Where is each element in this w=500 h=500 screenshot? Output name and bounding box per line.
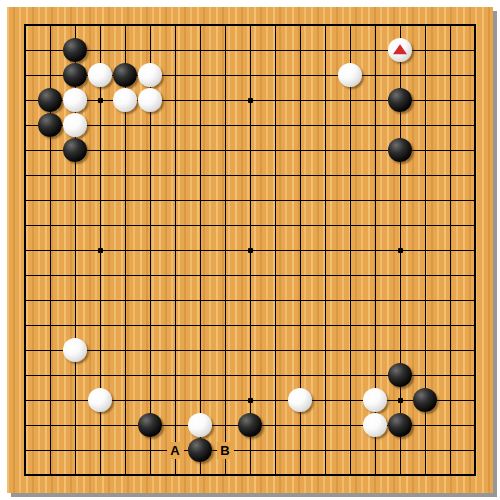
intersection[interactable]	[113, 313, 138, 338]
intersection[interactable]	[13, 263, 38, 288]
intersection[interactable]	[113, 463, 138, 488]
intersection[interactable]	[438, 13, 463, 38]
intersection[interactable]	[413, 313, 438, 338]
intersection[interactable]	[113, 88, 138, 113]
intersection[interactable]	[313, 13, 338, 38]
white-stone[interactable]	[288, 388, 312, 412]
intersection[interactable]	[88, 438, 113, 463]
intersection[interactable]	[338, 238, 363, 263]
intersection[interactable]	[438, 388, 463, 413]
intersection[interactable]	[213, 338, 238, 363]
intersection[interactable]	[38, 38, 63, 63]
intersection[interactable]	[438, 413, 463, 438]
intersection[interactable]	[63, 63, 88, 88]
black-stone[interactable]	[388, 363, 412, 387]
intersection[interactable]	[88, 263, 113, 288]
intersection[interactable]	[313, 438, 338, 463]
intersection[interactable]	[263, 188, 288, 213]
intersection[interactable]	[463, 263, 488, 288]
intersection[interactable]	[38, 238, 63, 263]
intersection[interactable]	[238, 263, 263, 288]
intersection[interactable]	[188, 213, 213, 238]
intersection[interactable]	[438, 213, 463, 238]
intersection[interactable]	[463, 88, 488, 113]
intersection[interactable]	[313, 463, 338, 488]
intersection[interactable]	[213, 13, 238, 38]
intersection[interactable]	[213, 238, 238, 263]
intersection[interactable]	[413, 213, 438, 238]
intersection[interactable]	[238, 163, 263, 188]
intersection[interactable]	[238, 63, 263, 88]
intersection[interactable]	[463, 238, 488, 263]
intersection[interactable]	[138, 13, 163, 38]
black-stone[interactable]	[63, 38, 87, 62]
intersection[interactable]	[438, 63, 463, 88]
intersection[interactable]	[288, 438, 313, 463]
intersection[interactable]	[13, 338, 38, 363]
intersection[interactable]	[113, 263, 138, 288]
intersection[interactable]	[138, 113, 163, 138]
intersection[interactable]	[238, 438, 263, 463]
intersection[interactable]	[188, 263, 213, 288]
intersection[interactable]	[113, 213, 138, 238]
intersection[interactable]	[63, 13, 88, 38]
intersection[interactable]	[388, 438, 413, 463]
intersection[interactable]	[263, 388, 288, 413]
intersection[interactable]	[238, 13, 263, 38]
black-stone[interactable]	[188, 438, 212, 462]
white-stone[interactable]	[138, 63, 162, 87]
intersection[interactable]	[313, 88, 338, 113]
intersection[interactable]	[138, 388, 163, 413]
intersection[interactable]	[138, 363, 163, 388]
intersection[interactable]	[88, 13, 113, 38]
intersection[interactable]	[263, 313, 288, 338]
intersection[interactable]	[238, 38, 263, 63]
intersection[interactable]	[463, 13, 488, 38]
intersection[interactable]	[13, 13, 38, 38]
intersection[interactable]	[413, 63, 438, 88]
white-stone[interactable]	[363, 388, 387, 412]
intersection[interactable]	[313, 188, 338, 213]
intersection[interactable]	[88, 313, 113, 338]
intersection[interactable]	[113, 388, 138, 413]
intersection[interactable]	[438, 313, 463, 338]
intersection[interactable]	[338, 213, 363, 238]
intersection[interactable]	[163, 38, 188, 63]
intersection[interactable]	[463, 163, 488, 188]
intersection[interactable]	[338, 363, 363, 388]
intersection[interactable]	[13, 463, 38, 488]
intersection[interactable]	[338, 88, 363, 113]
intersection[interactable]	[463, 138, 488, 163]
intersection[interactable]: B	[213, 438, 238, 463]
intersection[interactable]	[313, 388, 338, 413]
intersection[interactable]	[463, 313, 488, 338]
intersection[interactable]	[263, 238, 288, 263]
intersection[interactable]	[163, 88, 188, 113]
intersection[interactable]	[363, 138, 388, 163]
intersection[interactable]	[338, 438, 363, 463]
intersection[interactable]	[138, 413, 163, 438]
intersection[interactable]	[413, 113, 438, 138]
intersection[interactable]	[163, 13, 188, 38]
intersection[interactable]	[13, 288, 38, 313]
intersection[interactable]	[63, 413, 88, 438]
intersection[interactable]	[263, 38, 288, 63]
white-stone[interactable]	[363, 413, 387, 437]
intersection[interactable]	[363, 288, 388, 313]
intersection[interactable]	[438, 463, 463, 488]
intersection[interactable]	[288, 463, 313, 488]
intersection[interactable]	[163, 288, 188, 313]
black-stone[interactable]	[63, 138, 87, 162]
intersection[interactable]	[63, 188, 88, 213]
intersection[interactable]	[288, 413, 313, 438]
intersection[interactable]	[463, 113, 488, 138]
intersection[interactable]	[463, 388, 488, 413]
black-stone[interactable]	[63, 63, 87, 87]
intersection[interactable]	[363, 413, 388, 438]
intersection[interactable]	[288, 388, 313, 413]
intersection[interactable]	[88, 338, 113, 363]
intersection[interactable]	[313, 313, 338, 338]
intersection[interactable]	[413, 463, 438, 488]
intersection[interactable]	[63, 388, 88, 413]
intersection[interactable]	[113, 288, 138, 313]
intersection[interactable]	[288, 263, 313, 288]
intersection[interactable]	[163, 138, 188, 163]
intersection[interactable]	[188, 363, 213, 388]
intersection[interactable]	[138, 213, 163, 238]
intersection[interactable]	[363, 438, 388, 463]
intersection[interactable]	[338, 463, 363, 488]
intersection[interactable]	[163, 238, 188, 263]
intersection[interactable]	[138, 63, 163, 88]
intersection[interactable]	[363, 88, 388, 113]
intersection[interactable]	[63, 438, 88, 463]
intersection[interactable]	[263, 88, 288, 113]
intersection[interactable]	[313, 213, 338, 238]
intersection[interactable]	[163, 313, 188, 338]
intersection[interactable]	[363, 38, 388, 63]
intersection[interactable]	[138, 38, 163, 63]
intersection[interactable]	[13, 238, 38, 263]
black-stone[interactable]	[388, 88, 412, 112]
intersection[interactable]	[338, 13, 363, 38]
intersection[interactable]	[313, 113, 338, 138]
intersection[interactable]	[438, 88, 463, 113]
intersection[interactable]	[388, 263, 413, 288]
intersection[interactable]	[363, 238, 388, 263]
intersection[interactable]	[388, 313, 413, 338]
intersection[interactable]	[213, 88, 238, 113]
intersection[interactable]	[238, 338, 263, 363]
intersection[interactable]	[113, 63, 138, 88]
intersection[interactable]	[338, 338, 363, 363]
white-stone[interactable]	[188, 413, 212, 437]
white-stone[interactable]	[388, 38, 412, 62]
intersection[interactable]	[138, 238, 163, 263]
intersection[interactable]	[363, 363, 388, 388]
intersection[interactable]: A	[163, 438, 188, 463]
intersection[interactable]	[213, 38, 238, 63]
intersection[interactable]	[413, 88, 438, 113]
black-stone[interactable]	[413, 388, 437, 412]
black-stone[interactable]	[238, 413, 262, 437]
intersection[interactable]	[213, 288, 238, 313]
intersection[interactable]	[413, 138, 438, 163]
intersection[interactable]	[288, 313, 313, 338]
intersection[interactable]	[288, 288, 313, 313]
intersection[interactable]	[413, 263, 438, 288]
intersection[interactable]	[163, 463, 188, 488]
intersection[interactable]	[238, 188, 263, 213]
intersection[interactable]	[288, 213, 313, 238]
intersection[interactable]	[88, 213, 113, 238]
intersection[interactable]	[113, 413, 138, 438]
intersection[interactable]	[88, 288, 113, 313]
intersection[interactable]	[438, 238, 463, 263]
intersection[interactable]	[238, 413, 263, 438]
intersection[interactable]	[288, 188, 313, 213]
intersection[interactable]	[213, 138, 238, 163]
intersection[interactable]	[438, 363, 463, 388]
intersection[interactable]	[288, 13, 313, 38]
intersection[interactable]	[163, 338, 188, 363]
white-stone[interactable]	[338, 63, 362, 87]
intersection[interactable]	[88, 238, 113, 263]
intersection[interactable]	[313, 413, 338, 438]
intersection[interactable]	[163, 113, 188, 138]
intersection[interactable]	[63, 163, 88, 188]
intersection[interactable]	[88, 413, 113, 438]
intersection[interactable]	[88, 138, 113, 163]
intersection[interactable]	[463, 63, 488, 88]
intersection[interactable]	[363, 263, 388, 288]
intersection[interactable]	[63, 338, 88, 363]
intersection[interactable]	[188, 313, 213, 338]
intersection[interactable]	[188, 338, 213, 363]
intersection[interactable]	[288, 338, 313, 363]
intersection[interactable]	[188, 438, 213, 463]
intersection[interactable]	[38, 363, 63, 388]
intersection[interactable]	[413, 188, 438, 213]
intersection[interactable]	[63, 238, 88, 263]
intersection[interactable]	[413, 288, 438, 313]
intersection[interactable]	[163, 413, 188, 438]
intersection[interactable]	[463, 288, 488, 313]
intersection[interactable]	[463, 338, 488, 363]
intersection[interactable]	[13, 413, 38, 438]
intersection[interactable]	[463, 213, 488, 238]
intersection[interactable]	[88, 363, 113, 388]
intersection[interactable]	[438, 438, 463, 463]
intersection[interactable]	[188, 163, 213, 188]
intersection[interactable]	[263, 363, 288, 388]
intersection[interactable]	[413, 363, 438, 388]
intersection[interactable]	[188, 288, 213, 313]
white-stone[interactable]	[63, 113, 87, 137]
intersection[interactable]	[338, 113, 363, 138]
intersection[interactable]	[438, 163, 463, 188]
intersection[interactable]	[288, 238, 313, 263]
intersection[interactable]	[438, 263, 463, 288]
intersection[interactable]	[38, 63, 63, 88]
intersection[interactable]	[38, 313, 63, 338]
intersection[interactable]	[138, 338, 163, 363]
intersection[interactable]	[188, 413, 213, 438]
intersection[interactable]	[113, 188, 138, 213]
intersection[interactable]	[163, 363, 188, 388]
intersection[interactable]	[263, 263, 288, 288]
intersection[interactable]	[463, 363, 488, 388]
intersection[interactable]	[388, 388, 413, 413]
intersection[interactable]	[313, 238, 338, 263]
intersection[interactable]	[313, 163, 338, 188]
intersection[interactable]	[388, 113, 413, 138]
intersection[interactable]	[88, 63, 113, 88]
intersection[interactable]	[213, 388, 238, 413]
intersection[interactable]	[188, 13, 213, 38]
intersection[interactable]	[338, 38, 363, 63]
intersection[interactable]	[38, 13, 63, 38]
intersection[interactable]	[138, 313, 163, 338]
intersection[interactable]	[338, 288, 363, 313]
intersection[interactable]	[38, 413, 63, 438]
intersection[interactable]	[63, 213, 88, 238]
intersection[interactable]	[13, 213, 38, 238]
intersection[interactable]	[88, 463, 113, 488]
black-stone[interactable]	[113, 63, 137, 87]
intersection[interactable]	[38, 138, 63, 163]
intersection[interactable]	[138, 163, 163, 188]
intersection[interactable]	[388, 463, 413, 488]
intersection[interactable]	[63, 138, 88, 163]
intersection[interactable]	[263, 13, 288, 38]
intersection[interactable]	[413, 13, 438, 38]
intersection[interactable]	[438, 288, 463, 313]
intersection[interactable]	[388, 38, 413, 63]
intersection[interactable]	[188, 138, 213, 163]
intersection[interactable]	[38, 88, 63, 113]
intersection[interactable]	[63, 288, 88, 313]
intersection[interactable]	[388, 213, 413, 238]
intersection[interactable]	[388, 288, 413, 313]
intersection[interactable]	[63, 88, 88, 113]
intersection[interactable]	[138, 263, 163, 288]
intersection[interactable]	[363, 63, 388, 88]
intersection[interactable]	[163, 163, 188, 188]
intersection[interactable]	[13, 163, 38, 188]
intersection[interactable]	[13, 313, 38, 338]
intersection[interactable]	[213, 313, 238, 338]
intersection[interactable]	[388, 138, 413, 163]
intersection[interactable]	[388, 413, 413, 438]
intersection[interactable]	[338, 138, 363, 163]
intersection[interactable]	[338, 313, 363, 338]
intersection[interactable]	[263, 213, 288, 238]
intersection[interactable]	[38, 263, 63, 288]
intersection[interactable]	[188, 88, 213, 113]
intersection[interactable]	[63, 313, 88, 338]
intersection[interactable]	[63, 263, 88, 288]
intersection[interactable]	[238, 113, 263, 138]
intersection[interactable]	[413, 338, 438, 363]
intersection[interactable]	[388, 338, 413, 363]
intersection[interactable]	[188, 388, 213, 413]
intersection[interactable]	[238, 288, 263, 313]
intersection[interactable]	[188, 188, 213, 213]
intersection[interactable]	[113, 438, 138, 463]
intersection[interactable]	[13, 138, 38, 163]
intersection[interactable]	[363, 463, 388, 488]
intersection[interactable]	[113, 138, 138, 163]
intersection[interactable]	[413, 38, 438, 63]
intersection[interactable]	[213, 463, 238, 488]
intersection[interactable]	[363, 113, 388, 138]
intersection[interactable]	[38, 113, 63, 138]
intersection[interactable]	[363, 338, 388, 363]
intersection[interactable]	[138, 138, 163, 163]
intersection[interactable]	[13, 363, 38, 388]
intersection[interactable]	[238, 213, 263, 238]
intersection[interactable]	[13, 113, 38, 138]
intersection[interactable]	[188, 38, 213, 63]
intersection[interactable]	[113, 163, 138, 188]
intersection[interactable]	[88, 388, 113, 413]
intersection[interactable]	[188, 113, 213, 138]
intersection[interactable]	[313, 38, 338, 63]
white-stone[interactable]	[113, 88, 137, 112]
intersection[interactable]	[188, 63, 213, 88]
intersection[interactable]	[38, 288, 63, 313]
intersection[interactable]	[338, 163, 363, 188]
intersection[interactable]	[438, 338, 463, 363]
intersection[interactable]	[213, 263, 238, 288]
intersection[interactable]	[263, 338, 288, 363]
intersection[interactable]	[388, 163, 413, 188]
intersection[interactable]	[363, 188, 388, 213]
intersection[interactable]	[313, 263, 338, 288]
intersection[interactable]	[238, 238, 263, 263]
intersection[interactable]	[413, 388, 438, 413]
intersection[interactable]	[338, 413, 363, 438]
intersection[interactable]	[363, 213, 388, 238]
intersection[interactable]	[13, 38, 38, 63]
intersection[interactable]	[238, 363, 263, 388]
intersection[interactable]	[288, 163, 313, 188]
black-stone[interactable]	[388, 413, 412, 437]
white-stone[interactable]	[88, 388, 112, 412]
intersection[interactable]	[313, 363, 338, 388]
intersection[interactable]	[213, 63, 238, 88]
intersection[interactable]	[213, 413, 238, 438]
intersection[interactable]	[138, 438, 163, 463]
intersection[interactable]	[238, 388, 263, 413]
intersection[interactable]	[388, 363, 413, 388]
intersection[interactable]	[13, 88, 38, 113]
intersection[interactable]	[38, 388, 63, 413]
intersection[interactable]	[438, 113, 463, 138]
intersection[interactable]	[113, 238, 138, 263]
intersection[interactable]	[63, 363, 88, 388]
intersection[interactable]	[113, 363, 138, 388]
intersection[interactable]	[288, 113, 313, 138]
intersection[interactable]	[88, 38, 113, 63]
intersection[interactable]	[413, 413, 438, 438]
intersection[interactable]	[88, 88, 113, 113]
